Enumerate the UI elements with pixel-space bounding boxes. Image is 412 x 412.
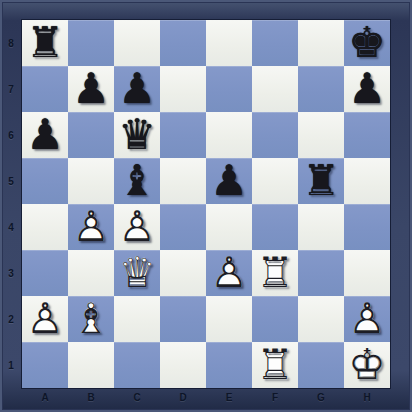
square-c5[interactable]: ♝ [114, 158, 160, 204]
square-f8[interactable] [252, 20, 298, 66]
square-c7[interactable]: ♟ [114, 66, 160, 112]
square-h2[interactable]: ♟♙ [344, 296, 390, 342]
square-h1[interactable]: ♚♔ [344, 342, 390, 388]
black-pawn[interactable]: ♟ [68, 66, 114, 112]
black-king[interactable]: ♚ [344, 20, 390, 66]
file-label-c: C [114, 390, 160, 412]
square-f2[interactable] [252, 296, 298, 342]
square-b6[interactable] [68, 112, 114, 158]
square-f3[interactable]: ♜♖ [252, 250, 298, 296]
square-c2[interactable] [114, 296, 160, 342]
square-b2[interactable]: ♝♗ [68, 296, 114, 342]
square-b1[interactable] [68, 342, 114, 388]
square-g3[interactable] [298, 250, 344, 296]
rank-label-6: 6 [0, 112, 22, 158]
white-piece-outline: ♖ [252, 250, 298, 296]
square-a4[interactable] [22, 204, 68, 250]
square-a8[interactable]: ♜ [22, 20, 68, 66]
rank-label-4: 4 [0, 204, 22, 250]
square-f1[interactable]: ♜♖ [252, 342, 298, 388]
square-g2[interactable] [298, 296, 344, 342]
square-f4[interactable] [252, 204, 298, 250]
white-piece-outline: ♖ [252, 342, 298, 388]
white-pawn[interactable]: ♟♙ [68, 204, 114, 250]
file-label-b: B [68, 390, 114, 412]
white-queen[interactable]: ♛♕ [114, 250, 160, 296]
file-label-g: G [298, 390, 344, 412]
square-e7[interactable] [206, 66, 252, 112]
white-rook[interactable]: ♜♖ [252, 250, 298, 296]
square-d4[interactable] [160, 204, 206, 250]
square-g8[interactable] [298, 20, 344, 66]
square-b4[interactable]: ♟♙ [68, 204, 114, 250]
square-a1[interactable] [22, 342, 68, 388]
white-piece-outline: ♙ [344, 296, 390, 342]
black-rook[interactable]: ♜ [22, 20, 68, 66]
file-label-h: H [344, 390, 390, 412]
square-h3[interactable] [344, 250, 390, 296]
square-f6[interactable] [252, 112, 298, 158]
square-a2[interactable]: ♟♙ [22, 296, 68, 342]
white-pawn[interactable]: ♟♙ [114, 204, 160, 250]
square-c4[interactable]: ♟♙ [114, 204, 160, 250]
square-g5[interactable]: ♜ [298, 158, 344, 204]
square-e1[interactable] [206, 342, 252, 388]
square-b5[interactable] [68, 158, 114, 204]
square-e6[interactable] [206, 112, 252, 158]
rank-label-5: 5 [0, 158, 22, 204]
black-pawn[interactable]: ♟ [22, 112, 68, 158]
square-e5[interactable]: ♟ [206, 158, 252, 204]
chess-board[interactable]: ♜♚♟♟♟♟♛♝♟♜♟♙♟♙♛♕♟♙♜♖♟♙♝♗♟♙♜♖♚♔ [22, 20, 390, 388]
black-queen[interactable]: ♛ [114, 112, 160, 158]
square-d2[interactable] [160, 296, 206, 342]
white-piece-outline: ♙ [114, 204, 160, 250]
rank-labels: 87654321 [0, 20, 22, 388]
white-piece-outline: ♕ [114, 250, 160, 296]
black-bishop[interactable]: ♝ [114, 158, 160, 204]
white-pawn[interactable]: ♟♙ [344, 296, 390, 342]
file-label-a: A [22, 390, 68, 412]
square-b8[interactable] [68, 20, 114, 66]
square-f5[interactable] [252, 158, 298, 204]
square-g4[interactable] [298, 204, 344, 250]
square-d7[interactable] [160, 66, 206, 112]
file-label-d: D [160, 390, 206, 412]
white-piece-outline: ♙ [68, 204, 114, 250]
square-f7[interactable] [252, 66, 298, 112]
square-h4[interactable] [344, 204, 390, 250]
white-piece-outline: ♙ [206, 250, 252, 296]
white-bishop[interactable]: ♝♗ [68, 296, 114, 342]
square-d8[interactable] [160, 20, 206, 66]
white-pawn[interactable]: ♟♙ [22, 296, 68, 342]
rank-label-7: 7 [0, 66, 22, 112]
rank-label-8: 8 [0, 20, 22, 66]
square-h6[interactable] [344, 112, 390, 158]
square-e8[interactable] [206, 20, 252, 66]
rank-label-3: 3 [0, 250, 22, 296]
file-label-f: F [252, 390, 298, 412]
square-d5[interactable] [160, 158, 206, 204]
square-c8[interactable] [114, 20, 160, 66]
square-e3[interactable]: ♟♙ [206, 250, 252, 296]
square-a5[interactable] [22, 158, 68, 204]
square-h5[interactable] [344, 158, 390, 204]
rank-label-2: 2 [0, 296, 22, 342]
white-rook[interactable]: ♜♖ [252, 342, 298, 388]
square-d1[interactable] [160, 342, 206, 388]
square-c3[interactable]: ♛♕ [114, 250, 160, 296]
square-b3[interactable] [68, 250, 114, 296]
square-g7[interactable] [298, 66, 344, 112]
square-a7[interactable] [22, 66, 68, 112]
white-piece-outline: ♔ [344, 342, 390, 388]
white-pawn[interactable]: ♟♙ [206, 250, 252, 296]
square-h8[interactable]: ♚ [344, 20, 390, 66]
chess-diagram: 87654321 ♜♚♟♟♟♟♛♝♟♜♟♙♟♙♛♕♟♙♜♖♟♙♝♗♟♙♜♖♚♔ … [0, 0, 412, 412]
black-rook[interactable]: ♜ [298, 158, 344, 204]
square-b7[interactable]: ♟ [68, 66, 114, 112]
square-a3[interactable] [22, 250, 68, 296]
file-labels: ABCDEFGH [22, 390, 390, 412]
square-g1[interactable] [298, 342, 344, 388]
square-d3[interactable] [160, 250, 206, 296]
black-pawn[interactable]: ♟ [114, 66, 160, 112]
black-pawn[interactable]: ♟ [344, 66, 390, 112]
square-e4[interactable] [206, 204, 252, 250]
black-pawn[interactable]: ♟ [206, 158, 252, 204]
square-g6[interactable] [298, 112, 344, 158]
square-d6[interactable] [160, 112, 206, 158]
white-king[interactable]: ♚♔ [344, 342, 390, 388]
square-c1[interactable] [114, 342, 160, 388]
white-piece-outline: ♙ [22, 296, 68, 342]
square-e2[interactable] [206, 296, 252, 342]
file-label-e: E [206, 390, 252, 412]
square-h7[interactable]: ♟ [344, 66, 390, 112]
white-piece-outline: ♗ [68, 296, 114, 342]
square-a6[interactable]: ♟ [22, 112, 68, 158]
rank-label-1: 1 [0, 342, 22, 388]
square-c6[interactable]: ♛ [114, 112, 160, 158]
